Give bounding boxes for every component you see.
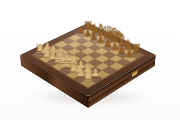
board-square-h5 (110, 63, 124, 71)
black-rook: ♜ (126, 42, 146, 55)
scene: ♜♟♟♜♞♟♟♞♝♟♟♝♛♟♟♛♚♟♟♚♝♟♟♝♞♟♟♞♜♟♟♜ (40, 7, 136, 103)
chess-set-photo: ♜♟♟♜♞♟♟♞♝♟♟♝♛♟♟♛♚♟♟♚♝♟♟♝♞♟♟♞♜♟♟♜ (0, 0, 180, 120)
chess-board-box: ♜♟♟♜♞♟♟♞♝♟♟♝♛♟♟♛♚♟♟♚♝♟♟♝♞♟♟♞♜♟♟♜ (20, 23, 156, 96)
brass-latch (132, 70, 138, 78)
board-frame: ♜♟♟♜♞♟♟♞♝♟♟♝♛♟♟♛♚♟♟♚♝♟♟♝♞♟♟♞♜♟♟♜ (20, 23, 156, 96)
black-rook: ♜ (79, 20, 97, 32)
black-bishop: ♝ (112, 32, 131, 48)
